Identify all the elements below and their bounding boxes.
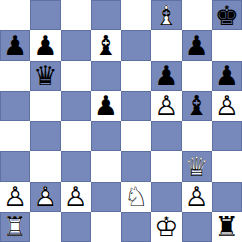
square-c1[interactable] [61,212,91,242]
square-b5[interactable] [30,91,60,121]
square-a6[interactable] [0,61,30,91]
piece-white-knight[interactable]: ♞♘ [121,182,151,212]
square-d1[interactable] [91,212,121,242]
piece-white-queen[interactable]: ♛♕ [182,151,212,181]
square-b4[interactable] [30,121,60,151]
square-d4[interactable] [91,121,121,151]
piece-white-pawn[interactable]: ♟♙ [0,182,30,212]
square-e3[interactable] [121,151,151,181]
piece-white-rook[interactable]: ♜♖ [0,212,30,242]
white-rook-glyph: ♖ [3,213,27,240]
piece-white-pawn[interactable]: ♟♙ [61,182,91,212]
piece-black-bishop[interactable]: ♝ [91,30,121,60]
square-a2[interactable]: ♟♙ [0,182,30,212]
square-c8[interactable] [61,0,91,30]
square-f1[interactable]: ♚♔ [151,212,181,242]
square-d2[interactable] [91,182,121,212]
square-d8[interactable] [91,0,121,30]
square-h1[interactable]: ♜ [212,212,242,242]
square-f8[interactable]: ♝♗ [151,0,181,30]
square-g6[interactable] [182,61,212,91]
square-b2[interactable]: ♟♙ [30,182,60,212]
square-b1[interactable] [30,212,60,242]
black-queen-glyph: ♛ [33,62,57,89]
square-f3[interactable] [151,151,181,181]
square-d7[interactable]: ♝ [91,30,121,60]
piece-white-king[interactable]: ♚♔ [151,212,181,242]
black-bishop-glyph: ♝ [185,92,209,119]
square-f6[interactable]: ♟ [151,61,181,91]
black-pawn-glyph: ♟ [33,32,57,59]
black-king-glyph: ♚ [215,2,239,29]
square-b3[interactable] [30,151,60,181]
piece-black-pawn[interactable]: ♟ [0,30,30,60]
piece-white-bishop[interactable]: ♝♗ [151,0,181,30]
square-g2[interactable]: ♟♙ [182,182,212,212]
black-pawn-glyph: ♟ [3,32,27,59]
square-a3[interactable] [0,151,30,181]
black-pawn-glyph: ♟ [94,92,118,119]
piece-black-pawn[interactable]: ♟ [212,61,242,91]
square-d6[interactable] [91,61,121,91]
square-e5[interactable] [121,91,151,121]
square-a4[interactable] [0,121,30,151]
square-d3[interactable] [91,151,121,181]
black-rook-glyph: ♜ [215,213,239,240]
square-e7[interactable] [121,30,151,60]
square-g4[interactable] [182,121,212,151]
square-f2[interactable] [151,182,181,212]
square-c2[interactable]: ♟♙ [61,182,91,212]
square-f7[interactable] [151,30,181,60]
square-h8[interactable]: ♚ [212,0,242,30]
square-e2[interactable]: ♞♘ [121,182,151,212]
white-pawn-glyph: ♙ [33,183,57,210]
square-c7[interactable] [61,30,91,60]
piece-black-king[interactable]: ♚ [212,0,242,30]
black-bishop-glyph: ♝ [94,32,118,59]
piece-white-pawn[interactable]: ♟♙ [182,182,212,212]
white-queen-glyph: ♕ [185,153,209,180]
square-b7[interactable]: ♟ [30,30,60,60]
white-knight-glyph: ♘ [124,183,148,210]
piece-black-bishop[interactable]: ♝ [182,91,212,121]
square-g7[interactable]: ♟ [182,30,212,60]
square-g3[interactable]: ♛♕ [182,151,212,181]
square-g8[interactable] [182,0,212,30]
piece-black-pawn[interactable]: ♟ [91,91,121,121]
white-bishop-glyph: ♗ [154,2,178,29]
white-pawn-glyph: ♙ [3,183,27,210]
square-f4[interactable] [151,121,181,151]
piece-black-pawn[interactable]: ♟ [182,30,212,60]
square-e6[interactable] [121,61,151,91]
square-h5[interactable]: ♟♙ [212,91,242,121]
piece-black-pawn[interactable]: ♟ [151,61,181,91]
square-d5[interactable]: ♟ [91,91,121,121]
piece-white-pawn[interactable]: ♟♙ [30,182,60,212]
square-h3[interactable] [212,151,242,181]
square-c5[interactable] [61,91,91,121]
square-g5[interactable]: ♝ [182,91,212,121]
white-pawn-glyph: ♙ [154,92,178,119]
white-king-glyph: ♔ [154,213,178,240]
square-c6[interactable] [61,61,91,91]
piece-black-rook[interactable]: ♜ [212,212,242,242]
piece-white-pawn[interactable]: ♟♙ [151,91,181,121]
black-pawn-glyph: ♟ [215,62,239,89]
square-a1[interactable]: ♜♖ [0,212,30,242]
piece-black-queen[interactable]: ♛ [30,61,60,91]
square-e1[interactable] [121,212,151,242]
square-c4[interactable] [61,121,91,151]
square-a5[interactable] [0,91,30,121]
piece-black-pawn[interactable]: ♟ [30,30,60,60]
black-pawn-glyph: ♟ [185,32,209,59]
black-pawn-glyph: ♟ [154,62,178,89]
square-e8[interactable] [121,0,151,30]
piece-white-pawn[interactable]: ♟♙ [212,91,242,121]
square-h6[interactable]: ♟ [212,61,242,91]
square-h4[interactable] [212,121,242,151]
square-b8[interactable] [30,0,60,30]
chess-board: ♝♗♚♟♟♝♟♛♟♟♟♟♙♝♟♙♛♕♟♙♟♙♟♙♞♘♟♙♜♖♚♔♜ [0,0,242,242]
white-pawn-glyph: ♙ [64,183,88,210]
square-f5[interactable]: ♟♙ [151,91,181,121]
square-a7[interactable]: ♟ [0,30,30,60]
square-h2[interactable] [212,182,242,212]
square-c3[interactable] [61,151,91,181]
square-b6[interactable]: ♛ [30,61,60,91]
square-h7[interactable] [212,30,242,60]
white-pawn-glyph: ♙ [185,183,209,210]
square-e4[interactable] [121,121,151,151]
square-g1[interactable] [182,212,212,242]
white-pawn-glyph: ♙ [215,92,239,119]
square-a8[interactable] [0,0,30,30]
